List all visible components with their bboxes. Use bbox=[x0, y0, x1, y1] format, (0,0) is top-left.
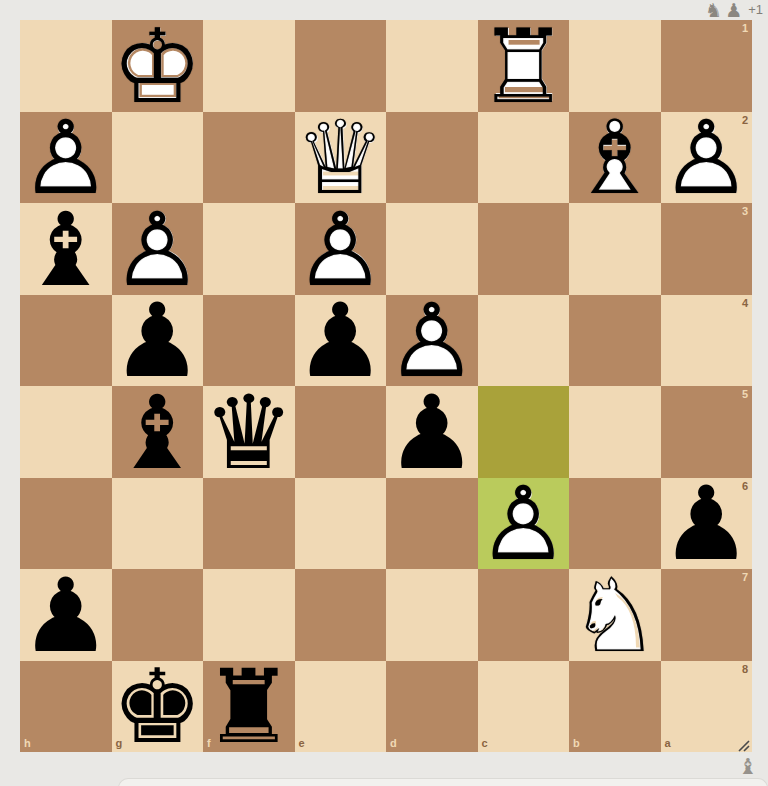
square-f6[interactable] bbox=[203, 478, 295, 570]
piece-black-rook[interactable]: ♜ bbox=[203, 661, 295, 753]
square-h7[interactable]: ♟ bbox=[20, 569, 112, 661]
square-e5[interactable] bbox=[295, 386, 387, 478]
rank-label-8: 8 bbox=[742, 664, 748, 675]
square-b2[interactable]: ♝♗ bbox=[569, 112, 661, 204]
square-e4[interactable]: ♟ bbox=[295, 295, 387, 387]
piece-black-king[interactable]: ♚ bbox=[112, 661, 204, 753]
piece-glyph: ♜ bbox=[203, 662, 295, 754]
square-d2[interactable] bbox=[386, 112, 478, 204]
piece-black-pawn[interactable]: ♟ bbox=[295, 295, 387, 387]
piece-white-knight[interactable]: ♞♘ bbox=[569, 569, 661, 661]
captured-pawn-icon: ♟ bbox=[725, 0, 742, 20]
piece-black-pawn[interactable]: ♟ bbox=[661, 478, 753, 570]
piece-glyph: ♟ bbox=[661, 479, 753, 571]
piece-glyph: ♟ bbox=[295, 296, 387, 388]
piece-glyph: ♘ bbox=[569, 570, 661, 662]
square-a3[interactable]: 3 bbox=[661, 203, 753, 295]
piece-white-pawn[interactable]: ♟♙ bbox=[661, 112, 753, 204]
file-label-c: c bbox=[482, 738, 488, 749]
piece-glyph: ♖ bbox=[478, 21, 570, 113]
piece-black-pawn[interactable]: ♟ bbox=[20, 569, 112, 661]
square-e6[interactable] bbox=[295, 478, 387, 570]
square-e7[interactable] bbox=[295, 569, 387, 661]
file-label-a: a bbox=[665, 738, 671, 749]
square-b4[interactable] bbox=[569, 295, 661, 387]
file-label-e: e bbox=[299, 738, 305, 749]
square-b8[interactable]: b bbox=[569, 661, 661, 753]
piece-glyph: ♝ bbox=[112, 387, 204, 479]
square-c2[interactable] bbox=[478, 112, 570, 204]
square-d5[interactable]: ♟ bbox=[386, 386, 478, 478]
square-f1[interactable] bbox=[203, 20, 295, 112]
piece-white-pawn[interactable]: ♟♙ bbox=[478, 478, 570, 570]
rank-label-3: 3 bbox=[742, 206, 748, 217]
bottom-panel-edge bbox=[118, 778, 768, 786]
square-b5[interactable] bbox=[569, 386, 661, 478]
square-g1[interactable]: ♚♔ bbox=[112, 20, 204, 112]
square-c7[interactable] bbox=[478, 569, 570, 661]
square-g8[interactable]: g♚ bbox=[112, 661, 204, 753]
square-b7[interactable]: ♞♘ bbox=[569, 569, 661, 661]
square-f2[interactable] bbox=[203, 112, 295, 204]
square-d8[interactable]: d bbox=[386, 661, 478, 753]
square-c4[interactable] bbox=[478, 295, 570, 387]
rank-label-7: 7 bbox=[742, 572, 748, 583]
square-b3[interactable] bbox=[569, 203, 661, 295]
piece-black-pawn[interactable]: ♟ bbox=[386, 386, 478, 478]
piece-glyph: ♔ bbox=[112, 21, 204, 113]
piece-black-queen[interactable]: ♛ bbox=[203, 386, 295, 478]
piece-white-king[interactable]: ♚♔ bbox=[112, 20, 204, 112]
file-label-b: b bbox=[573, 738, 580, 749]
file-label-d: d bbox=[390, 738, 397, 749]
square-a2[interactable]: 2♟♙ bbox=[661, 112, 753, 204]
rank-label-4: 4 bbox=[742, 298, 748, 309]
piece-glyph: ♟ bbox=[386, 387, 478, 479]
square-g6[interactable] bbox=[112, 478, 204, 570]
piece-black-bishop[interactable]: ♝ bbox=[20, 203, 112, 295]
piece-glyph: ♙ bbox=[661, 113, 753, 205]
square-c3[interactable] bbox=[478, 203, 570, 295]
rank-label-1: 1 bbox=[742, 23, 748, 34]
square-f3[interactable] bbox=[203, 203, 295, 295]
piece-glyph: ♚ bbox=[112, 662, 204, 754]
square-g5[interactable]: ♝ bbox=[112, 386, 204, 478]
square-a7[interactable]: 7 bbox=[661, 569, 753, 661]
square-h4[interactable] bbox=[20, 295, 112, 387]
piece-white-rook[interactable]: ♜♖ bbox=[478, 20, 570, 112]
board-resize-handle[interactable] bbox=[738, 738, 750, 750]
piece-glyph: ♟ bbox=[20, 570, 112, 662]
square-e8[interactable]: e bbox=[295, 661, 387, 753]
piece-glyph: ♙ bbox=[478, 479, 570, 571]
square-h8[interactable]: h bbox=[20, 661, 112, 753]
captured-bishop-icon: ♝ bbox=[738, 754, 758, 780]
square-d7[interactable] bbox=[386, 569, 478, 661]
piece-black-bishop[interactable]: ♝ bbox=[112, 386, 204, 478]
captured-knight-icon: ♞ bbox=[705, 0, 722, 20]
piece-glyph: ♛ bbox=[203, 387, 295, 479]
file-label-h: h bbox=[24, 738, 31, 749]
square-c1[interactable]: ♜♖ bbox=[478, 20, 570, 112]
piece-glyph: ♗ bbox=[569, 113, 661, 205]
chess-board: ♚♔♜♖1♟♙♛♕♝♗2♟♙♝♟♙♟♙3♟♟♟♙4♝♛♟5♟♙6♟♟♞♘7hg♚… bbox=[20, 20, 752, 752]
square-d1[interactable] bbox=[386, 20, 478, 112]
square-a6[interactable]: 6♟ bbox=[661, 478, 753, 570]
rank-label-5: 5 bbox=[742, 389, 748, 400]
piece-white-bishop[interactable]: ♝♗ bbox=[569, 112, 661, 204]
chess-game-page: ♞ ♟ +1 ♚♔♜♖1♟♙♛♕♝♗2♟♙♝♟♙♟♙3♟♟♟♙4♝♛♟5♟♙6♟… bbox=[0, 0, 768, 786]
square-c6[interactable]: ♟♙ bbox=[478, 478, 570, 570]
material-score: +1 bbox=[748, 0, 763, 20]
square-h3[interactable]: ♝ bbox=[20, 203, 112, 295]
piece-glyph: ♝ bbox=[20, 204, 112, 296]
square-h5[interactable] bbox=[20, 386, 112, 478]
square-d6[interactable] bbox=[386, 478, 478, 570]
square-a4[interactable]: 4 bbox=[661, 295, 753, 387]
square-c8[interactable]: c bbox=[478, 661, 570, 753]
bottom-material-bar: ♝ bbox=[0, 753, 758, 781]
square-f8[interactable]: f♜ bbox=[203, 661, 295, 753]
square-f5[interactable]: ♛ bbox=[203, 386, 295, 478]
